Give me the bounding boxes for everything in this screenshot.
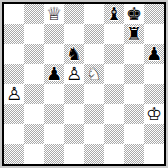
square-c2[interactable] [44, 124, 64, 144]
white-pawn-d5: ♟♙ [64, 64, 84, 84]
black-rook-g7: ♜ [124, 24, 144, 44]
square-b5[interactable] [24, 64, 44, 84]
pawn-icon: ♟ [44, 64, 64, 84]
square-e3[interactable] [84, 104, 104, 124]
square-d3[interactable] [64, 104, 84, 124]
square-d6[interactable]: ♞ [64, 44, 84, 64]
square-a7[interactable] [4, 24, 24, 44]
pawn-icon: ♟ [144, 44, 164, 64]
square-h3[interactable]: ♚♔ [144, 104, 164, 124]
square-c7[interactable] [44, 24, 64, 44]
square-h8[interactable] [144, 4, 164, 24]
knight-icon: ♞ [64, 44, 84, 64]
pawn-icon: ♙ [4, 84, 24, 104]
square-d2[interactable] [64, 124, 84, 144]
white-king-h3: ♚♔ [144, 104, 164, 124]
pawn-icon: ♟ [4, 84, 24, 104]
square-f6[interactable] [104, 44, 124, 64]
chess-board: ♛♕♝♚♜♞♟♟♟♙♞♘♟♙♚♔ [2, 2, 166, 166]
knight-icon: ♞ [84, 64, 104, 84]
square-b2[interactable] [24, 124, 44, 144]
square-f3[interactable] [104, 104, 124, 124]
square-g5[interactable] [124, 64, 144, 84]
square-f5[interactable] [104, 64, 124, 84]
square-a1[interactable] [4, 144, 24, 164]
square-a2[interactable] [4, 124, 24, 144]
square-a3[interactable] [4, 104, 24, 124]
pawn-icon: ♙ [64, 64, 84, 84]
black-pawn-h6: ♟ [144, 44, 164, 64]
square-f8[interactable]: ♝ [104, 4, 124, 24]
black-knight-d6: ♞ [64, 44, 84, 64]
square-g6[interactable] [124, 44, 144, 64]
square-h1[interactable] [144, 144, 164, 164]
king-icon: ♚ [144, 104, 164, 124]
square-c4[interactable] [44, 84, 64, 104]
square-h4[interactable] [144, 84, 164, 104]
square-a5[interactable] [4, 64, 24, 84]
black-pawn-c5: ♟ [44, 64, 64, 84]
square-b7[interactable] [24, 24, 44, 44]
square-g3[interactable] [124, 104, 144, 124]
square-e2[interactable] [84, 124, 104, 144]
square-d8[interactable] [64, 4, 84, 24]
queen-icon: ♛ [44, 4, 64, 24]
square-b6[interactable] [24, 44, 44, 64]
square-c6[interactable] [44, 44, 64, 64]
square-a4[interactable]: ♟♙ [4, 84, 24, 104]
square-d5[interactable]: ♟♙ [64, 64, 84, 84]
white-pawn-a4: ♟♙ [4, 84, 24, 104]
king-icon: ♚ [124, 4, 144, 24]
square-f7[interactable] [104, 24, 124, 44]
square-h5[interactable] [144, 64, 164, 84]
square-c1[interactable] [44, 144, 64, 164]
square-g1[interactable] [124, 144, 144, 164]
square-h2[interactable] [144, 124, 164, 144]
black-bishop-f8: ♝ [104, 4, 124, 24]
square-f2[interactable] [104, 124, 124, 144]
square-h7[interactable] [144, 24, 164, 44]
square-a6[interactable] [4, 44, 24, 64]
bishop-icon: ♝ [104, 4, 124, 24]
square-f4[interactable] [104, 84, 124, 104]
square-e6[interactable] [84, 44, 104, 64]
black-king-g8: ♚ [124, 4, 144, 24]
square-e1[interactable] [84, 144, 104, 164]
square-g8[interactable]: ♚ [124, 4, 144, 24]
square-b8[interactable] [24, 4, 44, 24]
square-h6[interactable]: ♟ [144, 44, 164, 64]
square-b3[interactable] [24, 104, 44, 124]
queen-icon: ♕ [44, 4, 64, 24]
square-d4[interactable] [64, 84, 84, 104]
pawn-icon: ♟ [64, 64, 84, 84]
square-c5[interactable]: ♟ [44, 64, 64, 84]
knight-icon: ♘ [84, 64, 104, 84]
rook-icon: ♜ [124, 24, 144, 44]
king-icon: ♔ [144, 104, 164, 124]
square-g4[interactable] [124, 84, 144, 104]
square-g7[interactable]: ♜ [124, 24, 144, 44]
square-e8[interactable] [84, 4, 104, 24]
square-g2[interactable] [124, 124, 144, 144]
square-c3[interactable] [44, 104, 64, 124]
square-b4[interactable] [24, 84, 44, 104]
square-e4[interactable] [84, 84, 104, 104]
white-knight-e5: ♞♘ [84, 64, 104, 84]
square-a8[interactable] [4, 4, 24, 24]
square-f1[interactable] [104, 144, 124, 164]
square-d7[interactable] [64, 24, 84, 44]
square-d1[interactable] [64, 144, 84, 164]
square-c8[interactable]: ♛♕ [44, 4, 64, 24]
square-e7[interactable] [84, 24, 104, 44]
white-queen-c8: ♛♕ [44, 4, 64, 24]
square-b1[interactable] [24, 144, 44, 164]
chess-diagram: ♛♕♝♚♜♞♟♟♟♙♞♘♟♙♚♔ [0, 0, 168, 168]
square-e5[interactable]: ♞♘ [84, 64, 104, 84]
